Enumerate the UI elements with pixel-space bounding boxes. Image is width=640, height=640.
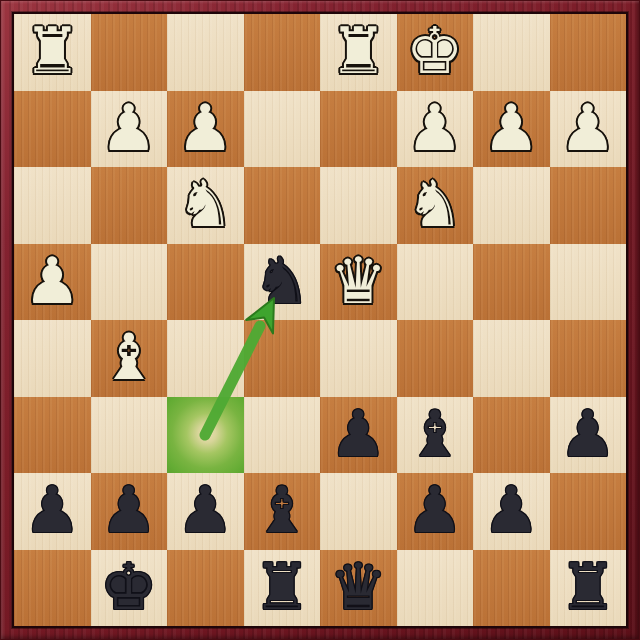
square-e5[interactable] [244,320,321,397]
black-pawn[interactable]: ♟ [24,478,81,542]
square-g5[interactable]: ♝ [91,320,168,397]
square-e8[interactable]: ♜ [244,550,321,627]
square-a2[interactable]: ♟ [550,91,627,168]
square-g7[interactable]: ♟ [91,473,168,550]
square-c6[interactable]: ♝ [397,397,474,474]
black-pawn[interactable]: ♟ [559,402,616,466]
black-knight[interactable]: ♞ [253,249,310,313]
square-c7[interactable]: ♟ [397,473,474,550]
black-queen[interactable]: ♛ [330,555,387,619]
square-f1[interactable] [167,14,244,91]
white-king[interactable]: ♚ [406,19,463,83]
square-a7[interactable] [550,473,627,550]
square-b7[interactable]: ♟ [473,473,550,550]
square-e4[interactable]: ♞ [244,244,321,321]
white-pawn[interactable]: ♟ [483,96,540,160]
square-f5[interactable] [167,320,244,397]
white-pawn[interactable]: ♟ [100,96,157,160]
square-b4[interactable] [473,244,550,321]
square-g1[interactable] [91,14,168,91]
black-bishop[interactable]: ♝ [253,478,310,542]
square-h8[interactable] [14,550,91,627]
square-g4[interactable] [91,244,168,321]
black-pawn[interactable]: ♟ [483,478,540,542]
square-d7[interactable] [320,473,397,550]
square-h5[interactable] [14,320,91,397]
square-f8[interactable] [167,550,244,627]
white-queen[interactable]: ♛ [330,249,387,313]
square-e1[interactable] [244,14,321,91]
board: ♜♜♚♟♟♟♟♟♞♞♟♞♛♝♟♝♟♟♟♟♝♟♟♚♜♛♜ [14,14,626,626]
square-b2[interactable]: ♟ [473,91,550,168]
black-pawn[interactable]: ♟ [100,478,157,542]
square-a4[interactable] [550,244,627,321]
square-h7[interactable]: ♟ [14,473,91,550]
square-f7[interactable]: ♟ [167,473,244,550]
square-d1[interactable]: ♜ [320,14,397,91]
square-d6[interactable]: ♟ [320,397,397,474]
black-rook[interactable]: ♜ [559,555,616,619]
white-rook[interactable]: ♜ [24,19,81,83]
black-pawn[interactable]: ♟ [177,478,234,542]
square-b1[interactable] [473,14,550,91]
square-f3[interactable]: ♞ [167,167,244,244]
square-g3[interactable] [91,167,168,244]
black-pawn[interactable]: ♟ [330,402,387,466]
white-knight[interactable]: ♞ [177,172,234,236]
square-a3[interactable] [550,167,627,244]
square-c1[interactable]: ♚ [397,14,474,91]
square-h2[interactable] [14,91,91,168]
square-d5[interactable] [320,320,397,397]
square-h1[interactable]: ♜ [14,14,91,91]
white-pawn[interactable]: ♟ [24,249,81,313]
square-b5[interactable] [473,320,550,397]
square-b6[interactable] [473,397,550,474]
square-a5[interactable] [550,320,627,397]
square-e7[interactable]: ♝ [244,473,321,550]
square-c5[interactable] [397,320,474,397]
square-d2[interactable] [320,91,397,168]
square-c3[interactable]: ♞ [397,167,474,244]
square-g8[interactable]: ♚ [91,550,168,627]
square-c8[interactable] [397,550,474,627]
white-bishop[interactable]: ♝ [100,325,157,389]
square-d4[interactable]: ♛ [320,244,397,321]
square-c2[interactable]: ♟ [397,91,474,168]
square-e3[interactable] [244,167,321,244]
square-e6[interactable] [244,397,321,474]
square-g6[interactable] [91,397,168,474]
black-pawn[interactable]: ♟ [406,478,463,542]
square-a8[interactable]: ♜ [550,550,627,627]
square-f2[interactable]: ♟ [167,91,244,168]
square-d3[interactable] [320,167,397,244]
square-h4[interactable]: ♟ [14,244,91,321]
black-bishop[interactable]: ♝ [406,402,463,466]
square-a6[interactable]: ♟ [550,397,627,474]
square-d8[interactable]: ♛ [320,550,397,627]
square-h6[interactable] [14,397,91,474]
square-f6[interactable] [167,397,244,474]
square-a1[interactable] [550,14,627,91]
board-frame: ♜♜♚♟♟♟♟♟♞♞♟♞♛♝♟♝♟♟♟♟♝♟♟♚♜♛♜ [0,0,640,640]
black-king[interactable]: ♚ [100,555,157,619]
square-h3[interactable] [14,167,91,244]
square-b3[interactable] [473,167,550,244]
square-e2[interactable] [244,91,321,168]
board-inner-border: ♜♜♚♟♟♟♟♟♞♞♟♞♛♝♟♝♟♟♟♟♝♟♟♚♜♛♜ [12,12,628,628]
white-rook[interactable]: ♜ [330,19,387,83]
square-b8[interactable] [473,550,550,627]
black-rook[interactable]: ♜ [253,555,310,619]
square-f4[interactable] [167,244,244,321]
square-g2[interactable]: ♟ [91,91,168,168]
white-pawn[interactable]: ♟ [177,96,234,160]
white-knight[interactable]: ♞ [406,172,463,236]
white-pawn[interactable]: ♟ [406,96,463,160]
square-c4[interactable] [397,244,474,321]
white-pawn[interactable]: ♟ [559,96,616,160]
